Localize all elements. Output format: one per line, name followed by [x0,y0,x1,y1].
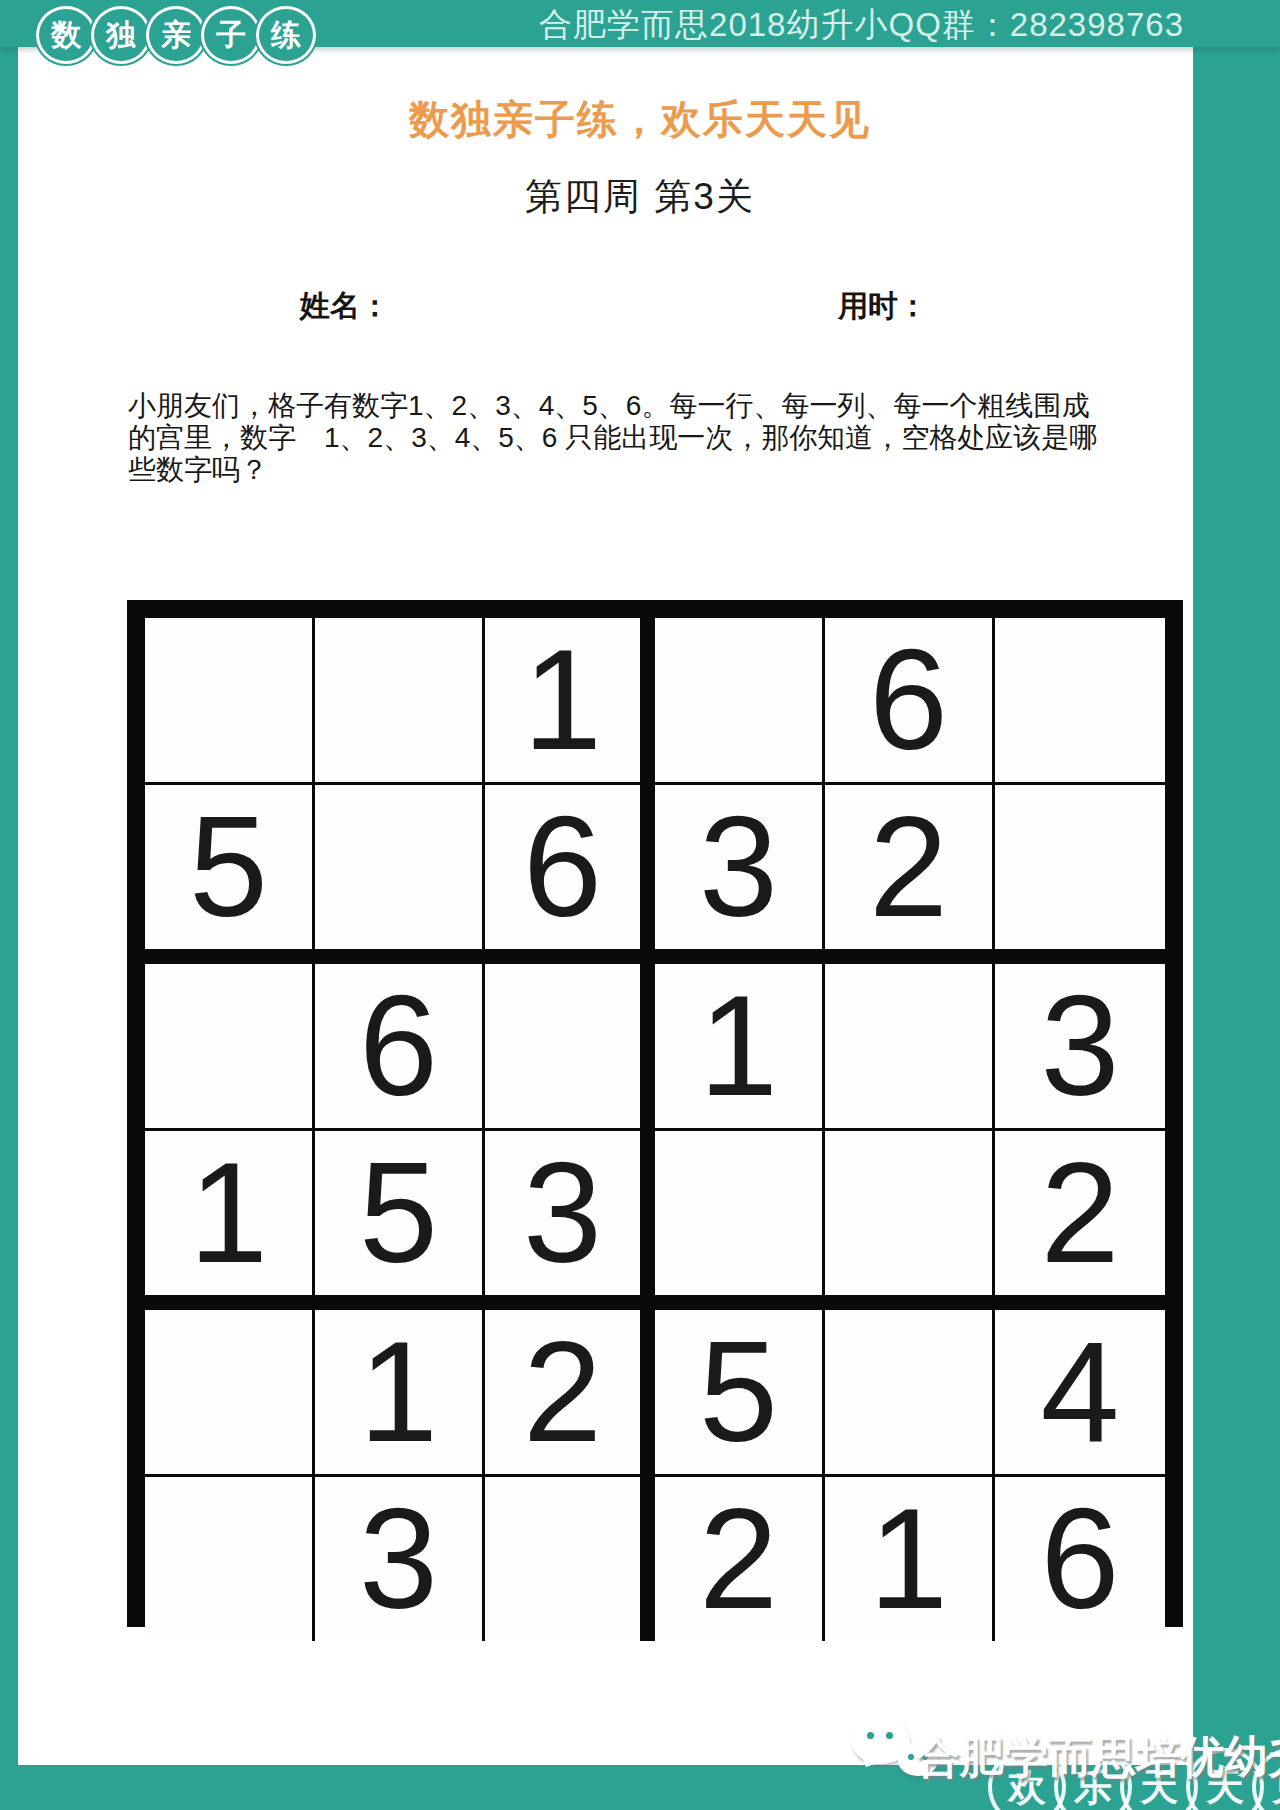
sudoku-cell-r6c6: 6 [995,1477,1165,1641]
worksheet-page: 合肥学而思2018幼升小QQ群：282398763 数独亲子练 数独亲子练，欢乐… [0,0,1280,1810]
bubble-eye [922,1754,928,1760]
sudoku-cell-r5c6: 4 [995,1310,1165,1477]
instructions-text: 小朋友们，格子有数字1、2、3、4、5、6。每一行、每一列、每一个粗线围成 的宫… [128,390,1128,486]
sudoku-cell-r2c5: 2 [825,785,995,964]
sudoku-cell-r1c5: 6 [825,618,995,785]
sudoku-cell-r4c3: 3 [485,1131,655,1310]
logo-circle-2: 独 [91,6,151,64]
sudoku-cell-r6c5: 1 [825,1477,995,1641]
sudoku-cell-r5c1 [145,1310,315,1477]
sudoku-cell-r3c4: 1 [655,964,825,1131]
instructions-line-1: 小朋友们，格子有数字1、2、3、4、5、6。每一行、每一列、每一个粗线围成 [128,390,1128,422]
sudoku-cell-r6c3 [485,1477,655,1641]
sudoku-cell-r3c5 [825,964,995,1131]
sudoku-cell-r4c5 [825,1131,995,1310]
sudoku-cell-r3c6: 3 [995,964,1165,1131]
sudoku-cell-r1c3: 1 [485,618,655,785]
sudoku-cell-r5c3: 2 [485,1310,655,1477]
sudoku-cell-r2c3: 6 [485,785,655,964]
page-title: 数独亲子练，欢乐天天见 [0,92,1280,147]
sudoku-cell-r2c6 [995,785,1165,964]
logo-circle-5: 练 [256,6,316,64]
sudoku-cell-r4c4 [655,1131,825,1310]
sudoku-cell-r4c2: 5 [315,1131,485,1310]
logo-circle-4: 子 [201,6,261,64]
sudoku-cell-r1c2 [315,618,485,785]
instructions-line-3: 些数字吗？ [128,454,1128,486]
bubble-eye [908,1754,914,1760]
logo-circle-1: 数 [36,6,96,64]
bubble-eye [867,1732,874,1739]
sudoku-cell-r6c4: 2 [655,1477,825,1641]
sudoku-board: 165632613153212543216 [127,600,1183,1627]
sudoku-cell-r6c2: 3 [315,1477,485,1641]
sudoku-cell-r5c4: 5 [655,1310,825,1477]
sudoku-cell-r1c1 [145,618,315,785]
sudoku-cell-r2c1: 5 [145,785,315,964]
wechat-bubble-icon [852,1716,910,1764]
sudoku-cell-r1c6 [995,618,1165,785]
bottom-edge-band [0,1765,1280,1810]
sudoku-cell-r1c4 [655,618,825,785]
sudoku-cell-r4c6: 2 [995,1131,1165,1310]
bubble-eye [886,1732,893,1739]
sudoku-cell-r2c4: 3 [655,785,825,964]
right-edge-strip [1193,0,1280,1810]
sudoku-cell-r5c5 [825,1310,995,1477]
sudoku-cell-r5c2: 1 [315,1310,485,1477]
instructions-line-2: 的宫里，数字 1、2、3、4、5、6 只能出现一次，那你知道，空格处应该是哪 [128,422,1128,454]
sudoku-cell-r3c1 [145,964,315,1131]
time-label: 用时： [838,286,928,327]
level-title: 第四周 第3关 [0,172,1280,222]
sudoku-cell-r4c1: 1 [145,1131,315,1310]
sudoku-cell-r3c2: 6 [315,964,485,1131]
qq-group-text: 合肥学而思2018幼升小QQ群：282398763 [539,0,1184,47]
sudoku-cell-r2c2 [315,785,485,964]
sudoku-logo-badge: 数独亲子练 [36,6,311,64]
sudoku-cell-r3c3 [485,964,655,1131]
logo-circle-3: 亲 [146,6,206,64]
name-label: 姓名： [300,286,390,327]
left-edge-strip [0,0,18,1810]
sudoku-cell-r6c1 [145,1477,315,1641]
